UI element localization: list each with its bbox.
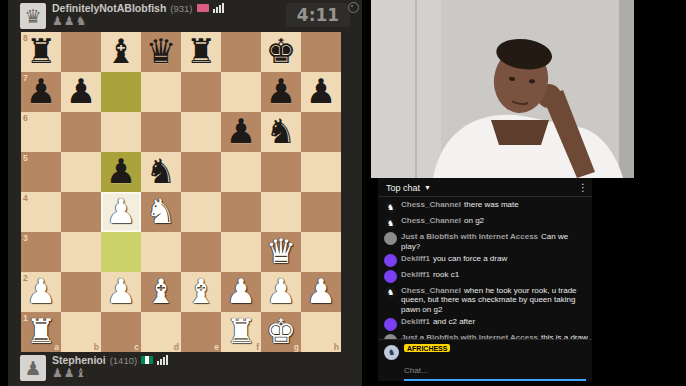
chat-message-text: you can force a draw	[433, 254, 507, 263]
chat-author-name[interactable]: Chess_Channel	[401, 286, 461, 295]
square-h2[interactable]: ♟	[301, 272, 341, 312]
piece-black-pawn[interactable]: ♟	[26, 71, 56, 111]
piece-white-pawn[interactable]: ♟	[26, 271, 56, 311]
square-c1[interactable]: c	[101, 312, 141, 352]
bottom-player-bar: ♟ Stephenioi (1410) ♟♟♝ 3:35	[8, 352, 362, 386]
rank-label-1: 1	[23, 314, 28, 322]
chat-avatar[interactable]	[384, 318, 397, 331]
square-c4[interactable]: ♟	[101, 192, 141, 232]
piece-black-pawn[interactable]: ♟	[226, 111, 256, 151]
square-c6[interactable]	[101, 112, 141, 152]
chat-author-name[interactable]: Chess_Channel	[401, 200, 461, 209]
square-e3[interactable]	[181, 232, 221, 272]
piece-white-pawn[interactable]: ♟	[106, 191, 136, 231]
top-player-flag-icon	[197, 4, 209, 12]
piece-white-queen[interactable]: ♛	[266, 231, 296, 271]
piece-black-pawn[interactable]: ♟	[66, 71, 96, 111]
rank-label-2: 2	[23, 274, 28, 282]
chat-message: ♞Chess_Channelwhen he took your rook, u …	[384, 284, 588, 316]
top-player-captured-pieces: ♟♟♞	[52, 15, 224, 27]
rank-label-8: 8	[23, 34, 28, 42]
file-label-d: d	[174, 343, 179, 351]
bottom-player-flag-icon	[141, 356, 153, 364]
square-d7[interactable]	[141, 72, 181, 112]
square-e5[interactable]	[181, 152, 221, 192]
square-a6[interactable]: 6	[21, 112, 61, 152]
chat-avatar[interactable]	[384, 270, 397, 283]
chat-message: Dekliff1you can force a draw	[384, 253, 588, 269]
rank-label-6: 6	[23, 114, 28, 122]
square-b4[interactable]	[61, 192, 101, 232]
chat-header: Top chat ▼ ⋮	[378, 178, 592, 197]
rank-label-3: 3	[23, 234, 28, 242]
chat-input-underline	[404, 379, 586, 381]
square-d8[interactable]: ♛	[141, 32, 181, 72]
square-g8[interactable]: ♚	[261, 32, 301, 72]
piece-black-knight[interactable]: ♞	[146, 151, 176, 191]
piece-white-bishop[interactable]: ♝	[146, 271, 176, 311]
square-g2[interactable]: ♟	[261, 272, 301, 312]
square-f8[interactable]	[221, 32, 261, 72]
webcam-video	[371, 0, 634, 178]
chat-avatar[interactable]: ♞	[384, 201, 397, 214]
square-c3[interactable]	[101, 232, 141, 272]
piece-white-knight[interactable]: ♞	[146, 191, 176, 231]
square-g6[interactable]: ♞	[261, 112, 301, 152]
square-e8[interactable]: ♜	[181, 32, 221, 72]
chat-message: Dekliff1and c2 after	[384, 316, 588, 332]
chat-input-area: ♞ AFRICHESS Chat...	[378, 339, 592, 381]
square-f4[interactable]	[221, 192, 261, 232]
file-label-e: e	[214, 343, 219, 351]
chat-mode-selector[interactable]: Top chat	[386, 183, 420, 193]
chat-avatar[interactable]	[384, 334, 397, 339]
square-h4[interactable]	[301, 192, 341, 232]
piece-black-king[interactable]: ♚	[266, 31, 296, 71]
bottom-player-avatar[interactable]: ♟	[20, 355, 46, 381]
square-b6[interactable]	[61, 112, 101, 152]
top-player-name[interactable]: DefinitelyNotABlobfish	[52, 2, 166, 14]
square-h6[interactable]	[301, 112, 341, 152]
piece-white-bishop[interactable]: ♝	[186, 271, 216, 311]
top-player-rating: (931)	[170, 3, 192, 14]
chat-text-input[interactable]: Chat...	[404, 366, 586, 375]
square-d4[interactable]: ♞	[141, 192, 181, 232]
chat-message: Just a Blobfish with Internet AccessCan …	[384, 231, 588, 253]
piece-black-rook[interactable]: ♜	[26, 31, 56, 71]
piece-black-pawn[interactable]: ♟	[266, 71, 296, 111]
top-player-bar: ♛ DefinitelyNotABlobfish (931) ♟♟♞ 4:11	[8, 0, 362, 32]
chat-message: ♞Chess_Channelon g2	[384, 215, 588, 231]
square-f7[interactable]	[221, 72, 261, 112]
piece-white-rook[interactable]: ♜	[26, 311, 56, 351]
piece-black-queen[interactable]: ♛	[146, 31, 176, 71]
square-b7[interactable]: ♟	[61, 72, 101, 112]
file-label-g: g	[294, 343, 299, 351]
rank-label-7: 7	[23, 74, 28, 82]
chevron-down-icon[interactable]: ▼	[424, 184, 431, 191]
square-e7[interactable]	[181, 72, 221, 112]
square-e6[interactable]	[181, 112, 221, 152]
file-label-h: h	[334, 343, 339, 351]
streamer-portrait	[371, 0, 634, 178]
square-g3[interactable]: ♛	[261, 232, 301, 272]
chat-message-text: rook c1	[433, 270, 459, 279]
piece-black-rook[interactable]: ♜	[186, 31, 216, 71]
bottom-player-signal-icon	[157, 355, 168, 365]
square-g4[interactable]	[261, 192, 301, 232]
square-c5[interactable]: ♟	[101, 152, 141, 192]
square-e2[interactable]: ♝	[181, 272, 221, 312]
square-c2[interactable]: ♟	[101, 272, 141, 312]
square-f5[interactable]	[221, 152, 261, 192]
chess-board: 8♜♝♛♜♚7♟♟♟♟6♟♞5♟♞4♟♞3♛2♟♟♝♝♟♟♟1a♜bcdef♜g…	[21, 32, 341, 352]
piece-black-pawn[interactable]: ♟	[306, 71, 336, 111]
piece-white-pawn[interactable]: ♟	[226, 271, 256, 311]
square-b1[interactable]: b	[61, 312, 101, 352]
square-h7[interactable]: ♟	[301, 72, 341, 112]
chat-message-text: there was mate	[464, 200, 519, 209]
bottom-player-captured-pieces: ♟♟♝	[52, 367, 168, 379]
gear-icon[interactable]	[348, 2, 359, 13]
lichess-panel: ♛ DefinitelyNotABlobfish (931) ♟♟♞ 4:11 …	[8, 0, 362, 386]
chat-author-name[interactable]: Just a Blobfish with Internet Access	[401, 333, 538, 339]
square-f1[interactable]: f♜	[221, 312, 261, 352]
square-a8[interactable]: 8♜	[21, 32, 61, 72]
square-d1[interactable]: d	[141, 312, 181, 352]
piece-black-bishop[interactable]: ♝	[106, 31, 136, 71]
square-b2[interactable]	[61, 272, 101, 312]
chat-menu-icon[interactable]: ⋮	[578, 183, 588, 193]
square-c8[interactable]: ♝	[101, 32, 141, 72]
bottom-player-name[interactable]: Stephenioi	[52, 354, 106, 366]
square-g5[interactable]	[261, 152, 301, 192]
square-h8[interactable]	[301, 32, 341, 72]
chat-message-text: and c2 after	[433, 317, 475, 326]
square-e1[interactable]: e	[181, 312, 221, 352]
square-b3[interactable]	[61, 232, 101, 272]
square-d2[interactable]: ♝	[141, 272, 181, 312]
chat-author-name[interactable]: Dekliff1	[401, 317, 430, 326]
square-c7[interactable]	[101, 72, 141, 112]
chat-message: Just a Blobfish with Internet Accessthis…	[384, 332, 588, 339]
square-a3[interactable]: 3	[21, 232, 61, 272]
piece-black-knight[interactable]: ♞	[266, 111, 296, 151]
chat-message: ♞Chess_Channelthere was mate	[384, 199, 588, 215]
chat-message-text: on g2	[464, 216, 484, 225]
chat-author-name[interactable]: Chess_Channel	[401, 216, 461, 225]
file-label-a: a	[54, 343, 59, 351]
file-label-b: b	[94, 343, 99, 351]
square-h3[interactable]	[301, 232, 341, 272]
chat-author-name[interactable]: Dekliff1	[401, 254, 430, 263]
chat-author-name[interactable]: Dekliff1	[401, 270, 430, 279]
square-f2[interactable]: ♟	[221, 272, 261, 312]
square-b8[interactable]	[61, 32, 101, 72]
square-d6[interactable]	[141, 112, 181, 152]
own-channel-badge: AFRICHESS	[404, 344, 450, 352]
chat-avatar[interactable]: ♞	[384, 286, 397, 299]
piece-white-pawn[interactable]: ♟	[106, 271, 136, 311]
own-avatar: ♞	[384, 345, 399, 360]
square-a5[interactable]: 5	[21, 152, 61, 192]
square-a7[interactable]: 7♟	[21, 72, 61, 112]
piece-white-king[interactable]: ♚	[266, 311, 296, 351]
piece-white-pawn[interactable]: ♟	[266, 271, 296, 311]
bottom-player-rating: (1410)	[110, 355, 137, 366]
square-d5[interactable]: ♞	[141, 152, 181, 192]
square-f6[interactable]: ♟	[221, 112, 261, 152]
top-player-signal-icon	[213, 3, 224, 13]
square-b5[interactable]	[61, 152, 101, 192]
chat-author-name[interactable]: Just a Blobfish with Internet Access	[401, 232, 538, 241]
file-label-c: c	[134, 343, 139, 351]
square-a1[interactable]: 1a♜	[21, 312, 61, 352]
chat-message: Dekliff1rook c1	[384, 269, 588, 285]
square-a2[interactable]: 2♟	[21, 272, 61, 312]
square-h1[interactable]: h	[301, 312, 341, 352]
square-a4[interactable]: 4	[21, 192, 61, 232]
piece-white-rook[interactable]: ♜	[226, 311, 256, 351]
square-d3[interactable]	[141, 232, 181, 272]
chat-avatar[interactable]	[384, 232, 397, 245]
square-g7[interactable]: ♟	[261, 72, 301, 112]
file-label-f: f	[256, 343, 259, 351]
square-h5[interactable]	[301, 152, 341, 192]
live-chat-panel: Top chat ▼ ⋮ ♞Chess_Channelthere was mat…	[378, 178, 592, 381]
top-player-avatar[interactable]: ♛	[20, 3, 46, 29]
rank-label-4: 4	[23, 194, 28, 202]
piece-black-pawn[interactable]: ♟	[106, 151, 136, 191]
chat-message-list: ♞Chess_Channelthere was mate♞Chess_Chann…	[378, 197, 592, 339]
square-e4[interactable]	[181, 192, 221, 232]
square-f3[interactable]	[221, 232, 261, 272]
chat-avatar[interactable]	[384, 254, 397, 267]
rank-label-5: 5	[23, 154, 28, 162]
piece-white-pawn[interactable]: ♟	[306, 271, 336, 311]
square-g1[interactable]: g♚	[261, 312, 301, 352]
chat-avatar[interactable]: ♞	[384, 217, 397, 230]
top-player-clock: 4:11	[286, 3, 350, 27]
